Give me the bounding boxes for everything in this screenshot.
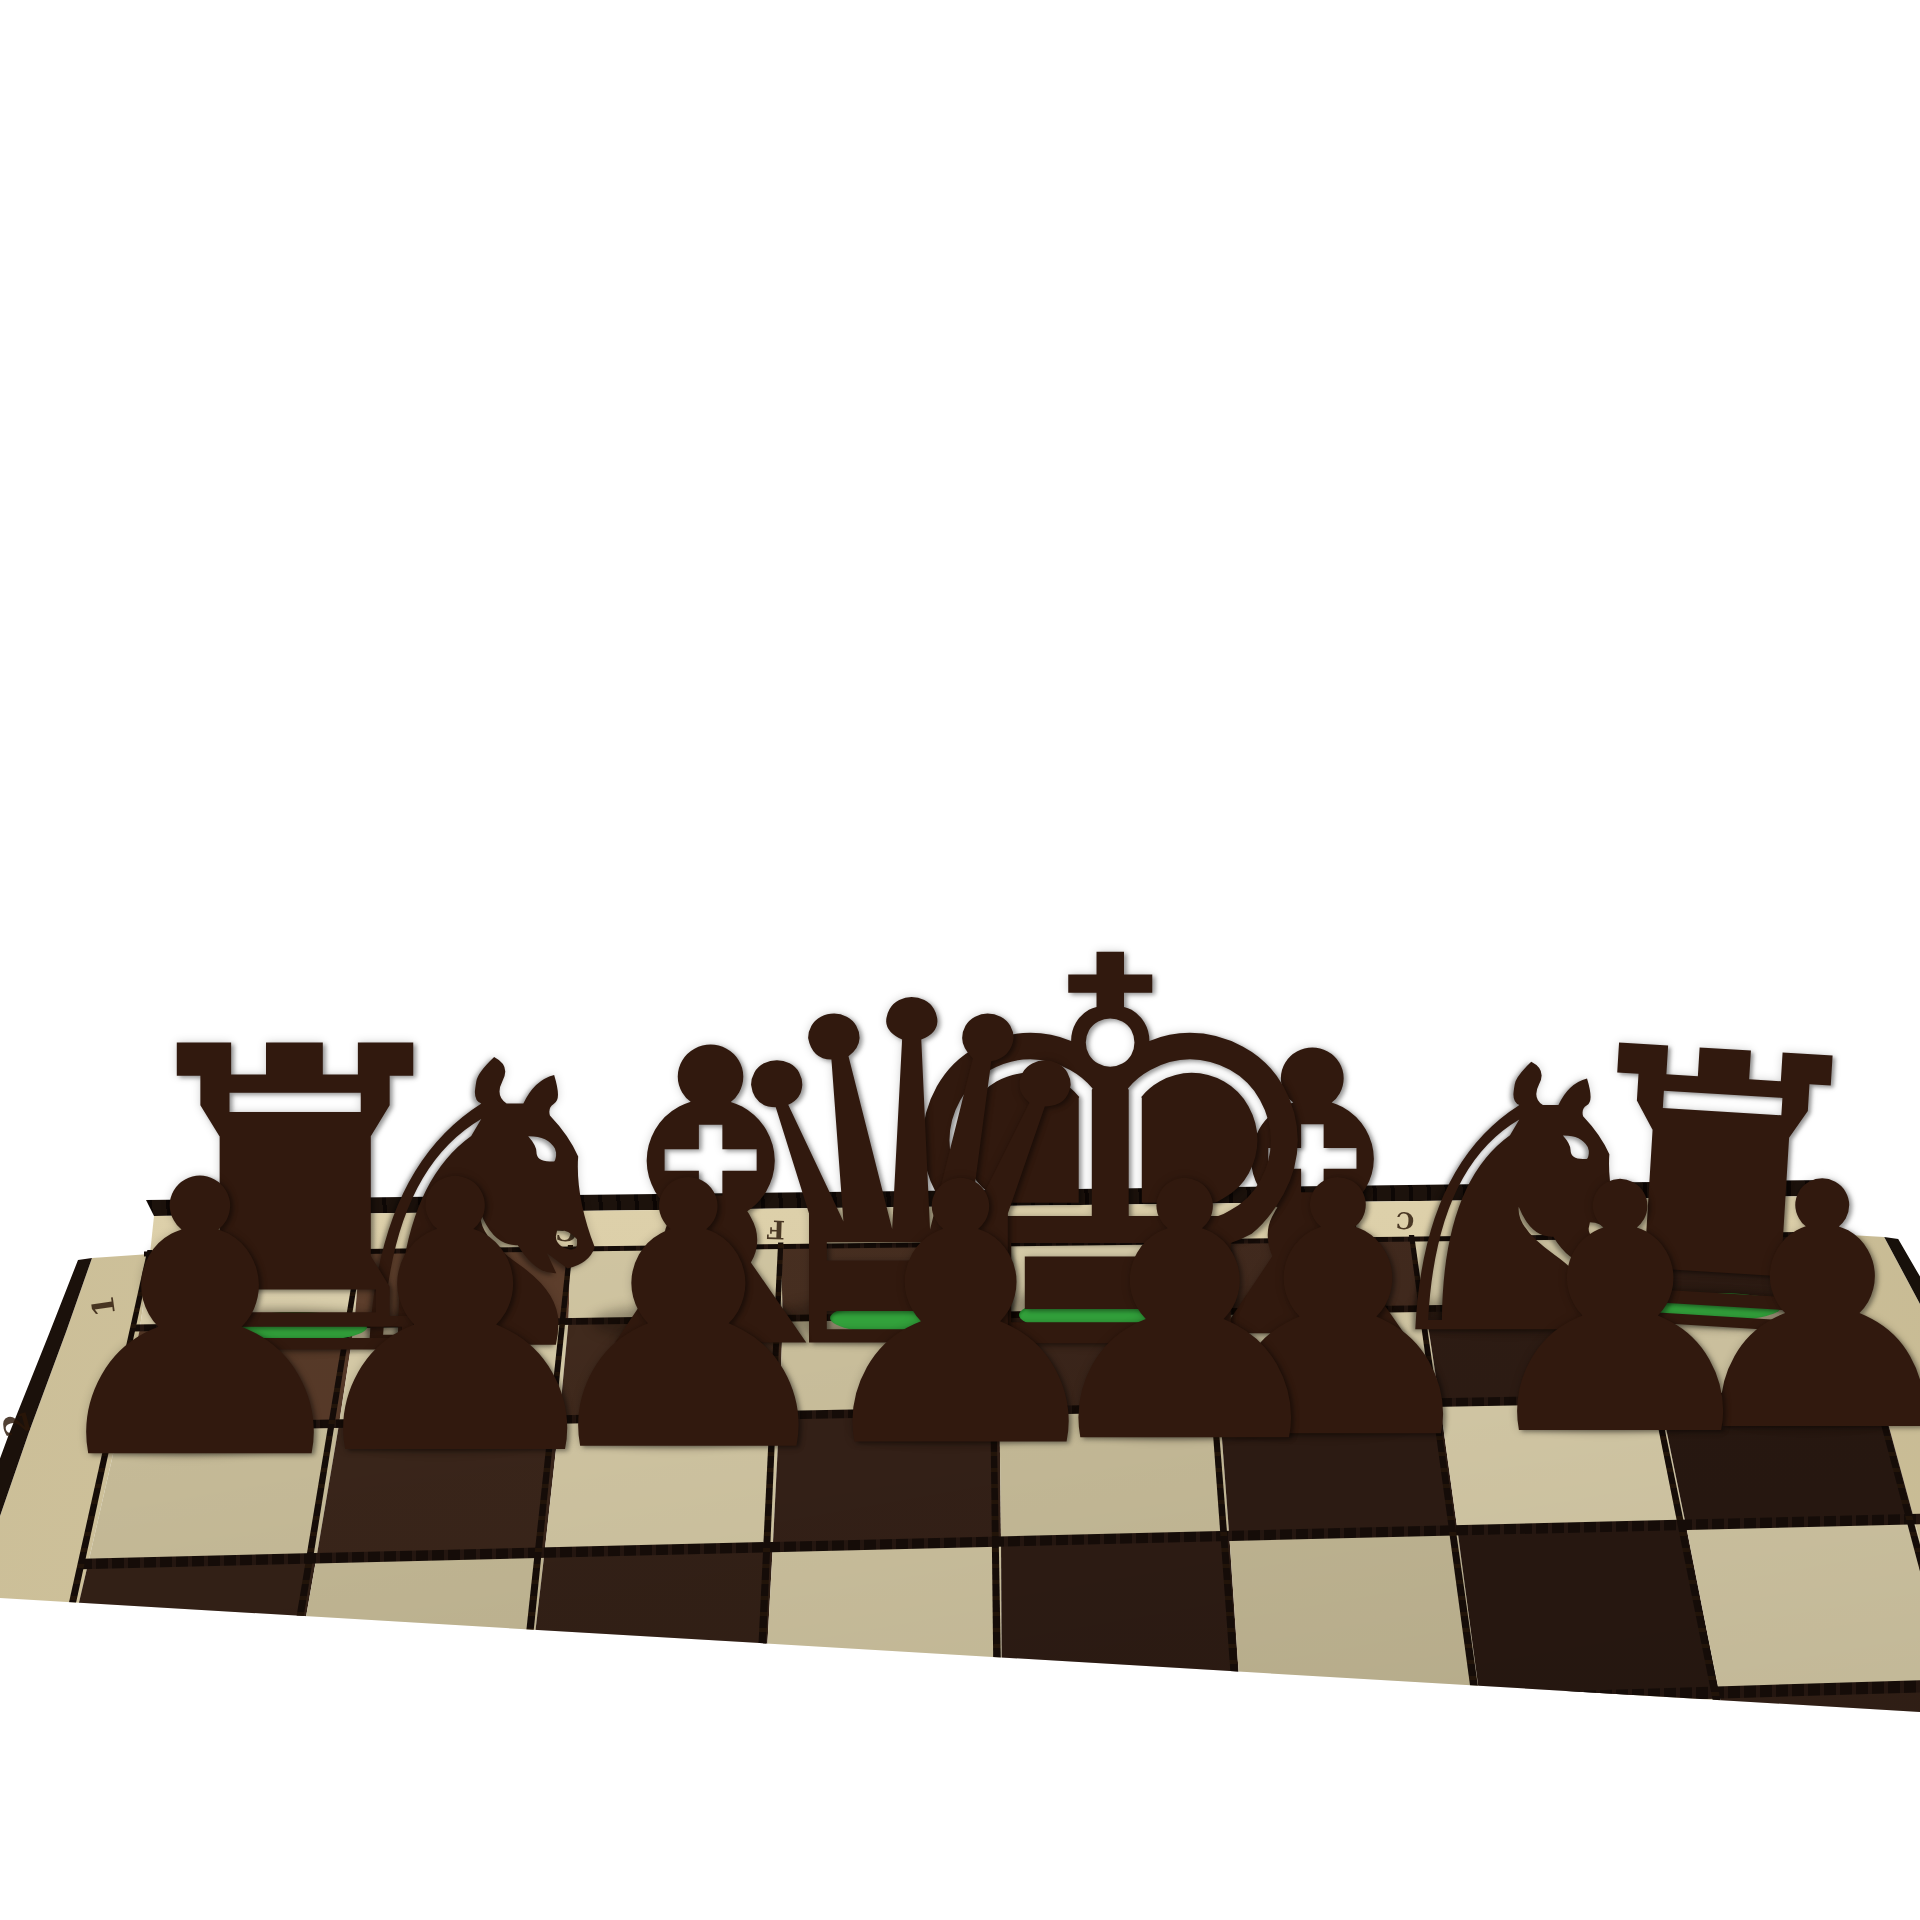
chess-set-photo: HGFEDCBA121 ♜♞♝♛♚♝♞♜♟♟♟♟♟♟♟♟	[0, 0, 1920, 1920]
piece-glyph-pawn: ♟	[30, 1132, 371, 1512]
chess-pieces: ♜♞♝♛♚♝♞♜♟♟♟♟♟♟♟♟	[0, 0, 1920, 1920]
piece-glyph-pawn: ♟	[1466, 1138, 1774, 1482]
